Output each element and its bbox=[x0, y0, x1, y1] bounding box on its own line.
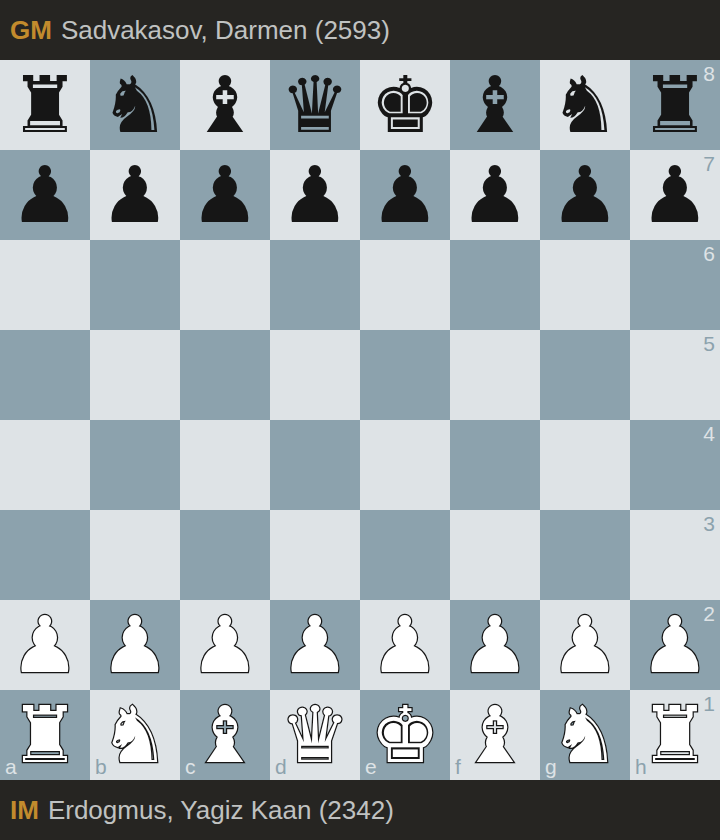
square-d1[interactable]: ♛d bbox=[270, 690, 360, 780]
square-e3[interactable] bbox=[360, 510, 450, 600]
coord-rank-5: 5 bbox=[703, 333, 715, 354]
square-h8[interactable]: ♜8 bbox=[630, 60, 720, 150]
square-f5[interactable] bbox=[450, 330, 540, 420]
square-b4[interactable] bbox=[90, 420, 180, 510]
piece-white-pawn[interactable]: ♟ bbox=[550, 600, 620, 690]
piece-white-pawn[interactable]: ♟ bbox=[280, 600, 350, 690]
square-h7[interactable]: ♟7 bbox=[630, 150, 720, 240]
piece-white-bishop[interactable]: ♝ bbox=[190, 690, 260, 780]
square-f4[interactable] bbox=[450, 420, 540, 510]
square-h5[interactable]: 5 bbox=[630, 330, 720, 420]
square-c1[interactable]: ♝c bbox=[180, 690, 270, 780]
square-e2[interactable]: ♟ bbox=[360, 600, 450, 690]
square-h2[interactable]: ♟2 bbox=[630, 600, 720, 690]
square-a1[interactable]: ♜a bbox=[0, 690, 90, 780]
square-g1[interactable]: ♞g bbox=[540, 690, 630, 780]
player-name-white[interactable]: Erdogmus, Yagiz Kaan (2342) bbox=[48, 795, 394, 826]
square-h6[interactable]: 6 bbox=[630, 240, 720, 330]
piece-black-pawn[interactable]: ♟ bbox=[100, 150, 170, 240]
piece-white-king[interactable]: ♚ bbox=[370, 690, 440, 780]
square-h1[interactable]: ♜h1 bbox=[630, 690, 720, 780]
coord-rank-4: 4 bbox=[703, 423, 715, 444]
square-c8[interactable]: ♝ bbox=[180, 60, 270, 150]
square-d2[interactable]: ♟ bbox=[270, 600, 360, 690]
piece-black-rook[interactable]: ♜ bbox=[10, 60, 80, 150]
square-a3[interactable] bbox=[0, 510, 90, 600]
square-e6[interactable] bbox=[360, 240, 450, 330]
piece-black-pawn[interactable]: ♟ bbox=[10, 150, 80, 240]
square-c7[interactable]: ♟ bbox=[180, 150, 270, 240]
square-f7[interactable]: ♟ bbox=[450, 150, 540, 240]
piece-white-pawn[interactable]: ♟ bbox=[460, 600, 530, 690]
square-g3[interactable] bbox=[540, 510, 630, 600]
square-b6[interactable] bbox=[90, 240, 180, 330]
piece-white-bishop[interactable]: ♝ bbox=[460, 690, 530, 780]
square-a4[interactable] bbox=[0, 420, 90, 510]
coord-rank-3: 3 bbox=[703, 513, 715, 534]
square-h3[interactable]: 3 bbox=[630, 510, 720, 600]
square-f2[interactable]: ♟ bbox=[450, 600, 540, 690]
piece-white-pawn[interactable]: ♟ bbox=[10, 600, 80, 690]
square-c2[interactable]: ♟ bbox=[180, 600, 270, 690]
player-bar-white: IM Erdogmus, Yagiz Kaan (2342) bbox=[0, 780, 720, 840]
square-b7[interactable]: ♟ bbox=[90, 150, 180, 240]
piece-white-pawn[interactable]: ♟ bbox=[370, 600, 440, 690]
square-b5[interactable] bbox=[90, 330, 180, 420]
square-f3[interactable] bbox=[450, 510, 540, 600]
piece-white-rook[interactable]: ♜ bbox=[10, 690, 80, 780]
square-c5[interactable] bbox=[180, 330, 270, 420]
piece-black-knight[interactable]: ♞ bbox=[550, 60, 620, 150]
square-g4[interactable] bbox=[540, 420, 630, 510]
chess-board: ♜♞♝♛♚♝♞♜8♟♟♟♟♟♟♟♟76543♟♟♟♟♟♟♟♟2♜a♞b♝c♛d♚… bbox=[0, 60, 720, 780]
square-e1[interactable]: ♚e bbox=[360, 690, 450, 780]
square-e4[interactable] bbox=[360, 420, 450, 510]
square-g6[interactable] bbox=[540, 240, 630, 330]
square-g8[interactable]: ♞ bbox=[540, 60, 630, 150]
coord-rank-6: 6 bbox=[703, 243, 715, 264]
square-f1[interactable]: ♝f bbox=[450, 690, 540, 780]
square-c3[interactable] bbox=[180, 510, 270, 600]
square-b8[interactable]: ♞ bbox=[90, 60, 180, 150]
player-name-black[interactable]: Sadvakasov, Darmen (2593) bbox=[61, 15, 390, 46]
piece-black-bishop[interactable]: ♝ bbox=[460, 60, 530, 150]
square-d6[interactable] bbox=[270, 240, 360, 330]
piece-black-queen[interactable]: ♛ bbox=[280, 60, 350, 150]
piece-black-king[interactable]: ♚ bbox=[370, 60, 440, 150]
player-title-white: IM bbox=[10, 795, 39, 826]
square-d7[interactable]: ♟ bbox=[270, 150, 360, 240]
square-e8[interactable]: ♚ bbox=[360, 60, 450, 150]
piece-white-knight[interactable]: ♞ bbox=[100, 690, 170, 780]
piece-black-pawn[interactable]: ♟ bbox=[640, 150, 710, 240]
piece-black-pawn[interactable]: ♟ bbox=[550, 150, 620, 240]
piece-white-pawn[interactable]: ♟ bbox=[100, 600, 170, 690]
square-d4[interactable] bbox=[270, 420, 360, 510]
player-title-black: GM bbox=[10, 15, 52, 46]
square-a7[interactable]: ♟ bbox=[0, 150, 90, 240]
square-h4[interactable]: 4 bbox=[630, 420, 720, 510]
square-b1[interactable]: ♞b bbox=[90, 690, 180, 780]
piece-black-pawn[interactable]: ♟ bbox=[460, 150, 530, 240]
square-g2[interactable]: ♟ bbox=[540, 600, 630, 690]
square-c6[interactable] bbox=[180, 240, 270, 330]
square-d5[interactable] bbox=[270, 330, 360, 420]
piece-white-queen[interactable]: ♛ bbox=[280, 690, 350, 780]
square-f8[interactable]: ♝ bbox=[450, 60, 540, 150]
square-e5[interactable] bbox=[360, 330, 450, 420]
piece-white-rook[interactable]: ♜ bbox=[640, 690, 710, 780]
square-f6[interactable] bbox=[450, 240, 540, 330]
square-a8[interactable]: ♜ bbox=[0, 60, 90, 150]
piece-black-knight[interactable]: ♞ bbox=[100, 60, 170, 150]
square-b2[interactable]: ♟ bbox=[90, 600, 180, 690]
square-a5[interactable] bbox=[0, 330, 90, 420]
piece-black-pawn[interactable]: ♟ bbox=[280, 150, 350, 240]
piece-white-pawn[interactable]: ♟ bbox=[640, 600, 710, 690]
piece-black-rook[interactable]: ♜ bbox=[640, 60, 710, 150]
square-e7[interactable]: ♟ bbox=[360, 150, 450, 240]
piece-black-bishop[interactable]: ♝ bbox=[190, 60, 260, 150]
square-d8[interactable]: ♛ bbox=[270, 60, 360, 150]
piece-white-knight[interactable]: ♞ bbox=[550, 690, 620, 780]
square-g5[interactable] bbox=[540, 330, 630, 420]
square-a6[interactable] bbox=[0, 240, 90, 330]
square-b3[interactable] bbox=[90, 510, 180, 600]
square-d3[interactable] bbox=[270, 510, 360, 600]
piece-black-pawn[interactable]: ♟ bbox=[190, 150, 260, 240]
square-g7[interactable]: ♟ bbox=[540, 150, 630, 240]
player-bar-black: GM Sadvakasov, Darmen (2593) bbox=[0, 0, 720, 60]
piece-black-pawn[interactable]: ♟ bbox=[370, 150, 440, 240]
square-a2[interactable]: ♟ bbox=[0, 600, 90, 690]
piece-white-pawn[interactable]: ♟ bbox=[190, 600, 260, 690]
square-c4[interactable] bbox=[180, 420, 270, 510]
